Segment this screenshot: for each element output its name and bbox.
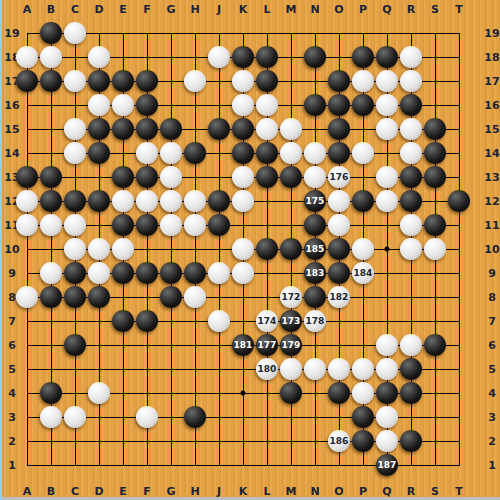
col-label-top-J: J	[217, 3, 221, 16]
row-label-right-10: 10	[484, 243, 499, 256]
row-label-right-3: 3	[488, 411, 496, 424]
black-stone-K14[interactable]	[232, 142, 254, 164]
black-stone-F11[interactable]	[136, 214, 158, 236]
white-stone-C17[interactable]	[64, 70, 86, 92]
col-label-bottom-R: R	[407, 485, 415, 498]
black-stone-F9[interactable]	[136, 262, 158, 284]
col-label-bottom-P: P	[359, 485, 367, 498]
white-stone-G14[interactable]	[160, 142, 182, 164]
white-stone-P5[interactable]	[352, 358, 374, 380]
white-stone-J7[interactable]	[208, 310, 230, 332]
row-label-right-2: 2	[488, 435, 496, 448]
row-label-left-19: 19	[4, 27, 19, 40]
move-number-label: 180	[258, 365, 277, 374]
black-stone-M10[interactable]	[280, 238, 302, 260]
black-stone-P16[interactable]	[352, 94, 374, 116]
row-label-right-5: 5	[488, 363, 496, 376]
col-label-top-B: B	[47, 3, 55, 16]
white-stone-A12[interactable]	[16, 190, 38, 212]
white-stone-Q17[interactable]	[376, 70, 398, 92]
row-label-right-19: 19	[484, 27, 499, 40]
white-stone-Q2[interactable]	[376, 430, 398, 452]
black-stone-J12[interactable]	[208, 190, 230, 212]
black-stone-M6[interactable]: 179	[280, 334, 302, 356]
white-stone-D9[interactable]	[88, 262, 110, 284]
white-stone-C15[interactable]	[64, 118, 86, 140]
white-stone-C11[interactable]	[64, 214, 86, 236]
white-stone-H17[interactable]	[184, 70, 206, 92]
go-board-frame: ABCDEFGHJKLMNOPQRST ABCDEFGHJKLMNOPQRST …	[0, 0, 500, 500]
black-stone-A17[interactable]	[16, 70, 38, 92]
white-stone-F14[interactable]	[136, 142, 158, 164]
black-stone-E13[interactable]	[112, 166, 134, 188]
white-stone-Q13[interactable]	[376, 166, 398, 188]
col-label-bottom-S: S	[431, 485, 439, 498]
white-stone-H12[interactable]	[184, 190, 206, 212]
black-stone-L14[interactable]	[256, 142, 278, 164]
black-stone-Q4[interactable]	[376, 382, 398, 404]
white-stone-G11[interactable]	[160, 214, 182, 236]
black-stone-P2[interactable]	[352, 430, 374, 452]
black-stone-L17[interactable]	[256, 70, 278, 92]
white-stone-M15[interactable]	[280, 118, 302, 140]
black-stone-O9[interactable]	[328, 262, 350, 284]
black-stone-L6[interactable]: 177	[256, 334, 278, 356]
col-label-bottom-B: B	[47, 485, 55, 498]
black-stone-N18[interactable]	[304, 46, 326, 68]
white-stone-Q3[interactable]	[376, 406, 398, 428]
black-stone-H14[interactable]	[184, 142, 206, 164]
black-stone-N9[interactable]: 183	[304, 262, 326, 284]
black-stone-K6[interactable]: 181	[232, 334, 254, 356]
black-stone-G8[interactable]	[160, 286, 182, 308]
white-stone-K10[interactable]	[232, 238, 254, 260]
white-stone-K16[interactable]	[232, 94, 254, 116]
white-stone-C19[interactable]	[64, 22, 86, 44]
black-stone-D17[interactable]	[88, 70, 110, 92]
col-label-top-N: N	[310, 3, 319, 16]
white-stone-D4[interactable]	[88, 382, 110, 404]
row-label-right-18: 18	[484, 51, 499, 64]
row-label-left-4: 4	[8, 387, 16, 400]
black-stone-R2[interactable]	[400, 430, 422, 452]
row-label-right-16: 16	[484, 99, 499, 112]
black-stone-B19[interactable]	[40, 22, 62, 44]
white-stone-D10[interactable]	[88, 238, 110, 260]
black-stone-R16[interactable]	[400, 94, 422, 116]
white-stone-R10[interactable]	[400, 238, 422, 260]
black-stone-P12[interactable]	[352, 190, 374, 212]
black-stone-N11[interactable]	[304, 214, 326, 236]
move-number-label: 177	[258, 341, 277, 350]
black-stone-S14[interactable]	[424, 142, 446, 164]
col-label-bottom-H: H	[190, 485, 199, 498]
black-stone-F13[interactable]	[136, 166, 158, 188]
white-stone-E16[interactable]	[112, 94, 134, 116]
black-stone-O16[interactable]	[328, 94, 350, 116]
white-stone-K13[interactable]	[232, 166, 254, 188]
col-label-top-L: L	[263, 3, 270, 16]
black-stone-H3[interactable]	[184, 406, 206, 428]
black-stone-M13[interactable]	[280, 166, 302, 188]
white-stone-A11[interactable]	[16, 214, 38, 236]
black-stone-K18[interactable]	[232, 46, 254, 68]
col-label-top-G: G	[166, 3, 175, 16]
white-stone-J18[interactable]	[208, 46, 230, 68]
black-stone-P18[interactable]	[352, 46, 374, 68]
white-stone-P4[interactable]	[352, 382, 374, 404]
black-stone-O15[interactable]	[328, 118, 350, 140]
row-label-right-13: 13	[484, 171, 499, 184]
white-stone-L7[interactable]: 174	[256, 310, 278, 332]
move-number-label: 182	[330, 293, 349, 302]
black-stone-D14[interactable]	[88, 142, 110, 164]
white-stone-O13[interactable]: 176	[328, 166, 350, 188]
col-label-top-A: A	[23, 3, 32, 16]
black-stone-T12[interactable]	[448, 190, 470, 212]
black-stone-N8[interactable]	[304, 286, 326, 308]
white-stone-F12[interactable]	[136, 190, 158, 212]
black-stone-B13[interactable]	[40, 166, 62, 188]
white-stone-R11[interactable]	[400, 214, 422, 236]
black-stone-O17[interactable]	[328, 70, 350, 92]
black-stone-D15[interactable]	[88, 118, 110, 140]
white-stone-P9[interactable]: 184	[352, 262, 374, 284]
row-label-right-6: 6	[488, 339, 496, 352]
black-stone-K15[interactable]	[232, 118, 254, 140]
row-label-left-8: 8	[8, 291, 16, 304]
black-stone-R4[interactable]	[400, 382, 422, 404]
star-point-K4	[241, 391, 246, 396]
white-stone-Q16[interactable]	[376, 94, 398, 116]
white-stone-K17[interactable]	[232, 70, 254, 92]
black-stone-L18[interactable]	[256, 46, 278, 68]
move-number-label: 176	[330, 173, 349, 182]
black-stone-E7[interactable]	[112, 310, 134, 332]
black-stone-J11[interactable]	[208, 214, 230, 236]
black-stone-O4[interactable]	[328, 382, 350, 404]
black-stone-N12[interactable]: 175	[304, 190, 326, 212]
white-stone-R18[interactable]	[400, 46, 422, 68]
col-label-top-M: M	[286, 3, 297, 16]
col-label-top-Q: Q	[382, 3, 391, 16]
white-stone-N13[interactable]	[304, 166, 326, 188]
row-label-left-3: 3	[8, 411, 16, 424]
star-point-Q10	[385, 247, 390, 252]
row-label-right-12: 12	[484, 195, 499, 208]
col-label-bottom-Q: Q	[382, 485, 391, 498]
black-stone-B12[interactable]	[40, 190, 62, 212]
row-label-right-14: 14	[484, 147, 499, 160]
white-stone-G12[interactable]	[160, 190, 182, 212]
black-stone-B17[interactable]	[40, 70, 62, 92]
move-number-label: 184	[354, 269, 373, 278]
row-label-right-17: 17	[484, 75, 499, 88]
black-stone-F7[interactable]	[136, 310, 158, 332]
row-label-right-15: 15	[484, 123, 499, 136]
white-stone-O11[interactable]	[328, 214, 350, 236]
white-stone-M14[interactable]	[280, 142, 302, 164]
col-label-top-C: C	[71, 3, 79, 16]
black-stone-S6[interactable]	[424, 334, 446, 356]
white-stone-A8[interactable]	[16, 286, 38, 308]
black-stone-O10[interactable]	[328, 238, 350, 260]
col-label-bottom-F: F	[143, 485, 151, 498]
black-stone-E11[interactable]	[112, 214, 134, 236]
row-label-right-7: 7	[488, 315, 496, 328]
black-stone-R12[interactable]	[400, 190, 422, 212]
row-label-left-16: 16	[4, 99, 19, 112]
white-stone-O5[interactable]	[328, 358, 350, 380]
white-stone-B9[interactable]	[40, 262, 62, 284]
row-label-left-2: 2	[8, 435, 16, 448]
col-label-top-D: D	[94, 3, 103, 16]
white-stone-L16[interactable]	[256, 94, 278, 116]
row-label-right-9: 9	[488, 267, 496, 280]
white-stone-R15[interactable]	[400, 118, 422, 140]
white-stone-Q5[interactable]	[376, 358, 398, 380]
move-number-label: 185	[306, 245, 325, 254]
black-stone-R13[interactable]	[400, 166, 422, 188]
row-label-right-11: 11	[484, 219, 499, 232]
white-stone-E12[interactable]	[112, 190, 134, 212]
col-label-bottom-D: D	[94, 485, 103, 498]
white-stone-S10[interactable]	[424, 238, 446, 260]
white-stone-L5[interactable]: 180	[256, 358, 278, 380]
col-label-top-E: E	[119, 3, 127, 16]
black-stone-B8[interactable]	[40, 286, 62, 308]
white-stone-L15[interactable]	[256, 118, 278, 140]
white-stone-C3[interactable]	[64, 406, 86, 428]
white-stone-K12[interactable]	[232, 190, 254, 212]
white-stone-M5[interactable]	[280, 358, 302, 380]
col-label-top-F: F	[143, 3, 151, 16]
move-number-label: 175	[306, 197, 325, 206]
white-stone-C10[interactable]	[64, 238, 86, 260]
move-number-label: 178	[306, 317, 325, 326]
move-number-label: 187	[378, 461, 397, 470]
black-stone-S11[interactable]	[424, 214, 446, 236]
col-label-bottom-K: K	[239, 485, 248, 498]
move-number-label: 173	[282, 317, 301, 326]
col-label-top-O: O	[334, 3, 343, 16]
col-label-bottom-O: O	[334, 485, 343, 498]
white-stone-P10[interactable]	[352, 238, 374, 260]
col-label-bottom-N: N	[310, 485, 319, 498]
col-label-bottom-J: J	[217, 485, 221, 498]
row-label-left-7: 7	[8, 315, 16, 328]
white-stone-F3[interactable]	[136, 406, 158, 428]
col-label-top-K: K	[239, 3, 248, 16]
black-stone-D8[interactable]	[88, 286, 110, 308]
white-stone-A18[interactable]	[16, 46, 38, 68]
move-number-label: 179	[282, 341, 301, 350]
row-label-right-8: 8	[488, 291, 496, 304]
black-stone-G15[interactable]	[160, 118, 182, 140]
move-number-label: 186	[330, 437, 349, 446]
white-stone-O2[interactable]: 186	[328, 430, 350, 452]
black-stone-N16[interactable]	[304, 94, 326, 116]
black-stone-Q1[interactable]: 187	[376, 454, 398, 476]
white-stone-J9[interactable]	[208, 262, 230, 284]
black-stone-M4[interactable]	[280, 382, 302, 404]
white-stone-C14[interactable]	[64, 142, 86, 164]
black-stone-S15[interactable]	[424, 118, 446, 140]
white-stone-O8[interactable]: 182	[328, 286, 350, 308]
black-stone-R5[interactable]	[400, 358, 422, 380]
col-label-bottom-G: G	[166, 485, 175, 498]
black-stone-C12[interactable]	[64, 190, 86, 212]
col-label-top-T: T	[455, 3, 463, 16]
black-stone-C8[interactable]	[64, 286, 86, 308]
row-label-left-14: 14	[4, 147, 19, 160]
black-stone-P3[interactable]	[352, 406, 374, 428]
white-stone-Q12[interactable]	[376, 190, 398, 212]
white-stone-N5[interactable]	[304, 358, 326, 380]
white-stone-B11[interactable]	[40, 214, 62, 236]
black-stone-D12[interactable]	[88, 190, 110, 212]
black-stone-O14[interactable]	[328, 142, 350, 164]
black-stone-S13[interactable]	[424, 166, 446, 188]
white-stone-R17[interactable]	[400, 70, 422, 92]
row-label-left-5: 5	[8, 363, 16, 376]
row-label-right-1: 1	[488, 459, 496, 472]
black-stone-C6[interactable]	[64, 334, 86, 356]
black-stone-E17[interactable]	[112, 70, 134, 92]
white-stone-E10[interactable]	[112, 238, 134, 260]
move-number-label: 172	[282, 293, 301, 302]
black-stone-B4[interactable]	[40, 382, 62, 404]
white-stone-R6[interactable]	[400, 334, 422, 356]
row-label-left-9: 9	[8, 267, 16, 280]
white-stone-B3[interactable]	[40, 406, 62, 428]
white-stone-B18[interactable]	[40, 46, 62, 68]
col-label-bottom-E: E	[119, 485, 127, 498]
black-stone-F15[interactable]	[136, 118, 158, 140]
black-stone-A13[interactable]	[16, 166, 38, 188]
white-stone-D18[interactable]	[88, 46, 110, 68]
col-label-bottom-C: C	[71, 485, 79, 498]
col-label-top-S: S	[431, 3, 439, 16]
black-stone-E9[interactable]	[112, 262, 134, 284]
white-stone-K9[interactable]	[232, 262, 254, 284]
col-label-bottom-L: L	[263, 485, 270, 498]
col-label-bottom-M: M	[286, 485, 297, 498]
col-label-top-R: R	[407, 3, 415, 16]
white-stone-N14[interactable]	[304, 142, 326, 164]
black-stone-G9[interactable]	[160, 262, 182, 284]
black-stone-H9[interactable]	[184, 262, 206, 284]
black-stone-Q18[interactable]	[376, 46, 398, 68]
col-label-top-H: H	[190, 3, 199, 16]
white-stone-M8[interactable]: 172	[280, 286, 302, 308]
white-stone-R14[interactable]	[400, 142, 422, 164]
white-stone-D16[interactable]	[88, 94, 110, 116]
white-stone-O12[interactable]	[328, 190, 350, 212]
white-stone-P14[interactable]	[352, 142, 374, 164]
white-stone-Q6[interactable]	[376, 334, 398, 356]
col-label-top-P: P	[359, 3, 367, 16]
black-stone-M7[interactable]: 173	[280, 310, 302, 332]
black-stone-C9[interactable]	[64, 262, 86, 284]
black-stone-J15[interactable]	[208, 118, 230, 140]
row-label-left-15: 15	[4, 123, 19, 136]
black-stone-E15[interactable]	[112, 118, 134, 140]
col-label-bottom-T: T	[455, 485, 463, 498]
row-label-left-6: 6	[8, 339, 16, 352]
move-number-label: 181	[234, 341, 253, 350]
white-stone-H8[interactable]	[184, 286, 206, 308]
white-stone-H11[interactable]	[184, 214, 206, 236]
row-label-left-1: 1	[8, 459, 16, 472]
black-stone-F16[interactable]	[136, 94, 158, 116]
black-stone-L10[interactable]	[256, 238, 278, 260]
move-number-label: 183	[306, 269, 325, 278]
move-number-label: 174	[258, 317, 277, 326]
white-stone-Q15[interactable]	[376, 118, 398, 140]
white-stone-G13[interactable]	[160, 166, 182, 188]
black-stone-N10[interactable]: 185	[304, 238, 326, 260]
col-label-bottom-A: A	[23, 485, 32, 498]
black-stone-L13[interactable]	[256, 166, 278, 188]
row-label-right-4: 4	[488, 387, 496, 400]
black-stone-F17[interactable]	[136, 70, 158, 92]
row-label-left-10: 10	[4, 243, 19, 256]
white-stone-P17[interactable]	[352, 70, 374, 92]
white-stone-N7[interactable]: 178	[304, 310, 326, 332]
